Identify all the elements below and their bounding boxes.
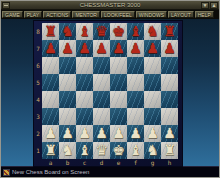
square-d7[interactable]: ♟ — [93, 40, 110, 57]
square-g5[interactable] — [144, 74, 161, 91]
menu-look-feel[interactable]: LOOK/FEEL — [101, 11, 135, 18]
square-e4[interactable] — [110, 91, 127, 108]
file-label: g — [144, 159, 161, 166]
square-b2[interactable]: ♟ — [59, 125, 76, 142]
maximize-button[interactable]: ▲ — [210, 2, 218, 9]
square-e6[interactable] — [110, 57, 127, 74]
rank-label: 6 — [34, 57, 42, 74]
square-b7[interactable]: ♟ — [59, 40, 76, 57]
piece-white-queen[interactable]: ♛ — [93, 142, 110, 159]
piece-white-pawn[interactable]: ♟ — [59, 125, 76, 142]
square-f5[interactable] — [127, 74, 144, 91]
window-title: CHESSMASTER 3000 — [80, 1, 141, 10]
square-e7[interactable]: ♟ — [110, 40, 127, 57]
square-g1[interactable]: ♞ — [144, 142, 161, 159]
title-bar: CHESSMASTER 3000 ▼ ▲ — [1, 1, 219, 10]
square-c3[interactable] — [76, 108, 93, 125]
square-a7[interactable]: ♟ — [42, 40, 59, 57]
system-menu-button[interactable] — [2, 2, 10, 9]
rank-label: 2 — [34, 125, 42, 142]
piece-white-pawn[interactable]: ♟ — [127, 125, 144, 142]
square-f2[interactable]: ♟ — [127, 125, 144, 142]
minimize-button[interactable]: ▼ — [201, 2, 209, 9]
file-label: e — [110, 159, 127, 166]
square-g2[interactable]: ♟ — [144, 125, 161, 142]
square-a4[interactable] — [42, 91, 59, 108]
rank-label: 7 — [34, 40, 42, 57]
square-a5[interactable] — [42, 74, 59, 91]
file-label: c — [76, 159, 93, 166]
file-label: a — [42, 159, 59, 166]
square-h2[interactable]: ♟ — [161, 125, 178, 142]
square-a3[interactable] — [42, 108, 59, 125]
square-e5[interactable] — [110, 74, 127, 91]
square-b3[interactable] — [59, 108, 76, 125]
piece-white-pawn[interactable]: ♟ — [42, 125, 59, 142]
piece-red-pawn[interactable]: ♟ — [76, 40, 93, 57]
piece-red-pawn[interactable]: ♟ — [93, 40, 110, 57]
piece-white-pawn[interactable]: ♟ — [161, 125, 178, 142]
square-g8[interactable]: ♞ — [144, 23, 161, 40]
rank-label: 1 — [34, 142, 42, 159]
square-d2[interactable]: ♟ — [93, 125, 110, 142]
file-label: b — [59, 159, 76, 166]
piece-red-rook[interactable]: ♜ — [161, 23, 178, 40]
piece-white-pawn[interactable]: ♟ — [93, 125, 110, 142]
piece-white-knight[interactable]: ♞ — [144, 142, 161, 159]
rank-label: 5 — [34, 74, 42, 91]
square-d4[interactable] — [93, 91, 110, 108]
piece-white-king[interactable]: ♚ — [110, 142, 127, 159]
menu-actions[interactable]: ACTIONS — [43, 11, 71, 18]
piece-red-bishop[interactable]: ♝ — [76, 23, 93, 40]
app-window: CHESSMASTER 3000 ▼ ▲ GAME PLAY ACTIONS M… — [0, 0, 220, 178]
square-b6[interactable] — [59, 57, 76, 74]
piece-red-king[interactable]: ♚ — [110, 23, 127, 40]
piece-red-pawn[interactable]: ♟ — [144, 40, 161, 57]
square-f7[interactable]: ♟ — [127, 40, 144, 57]
square-h1[interactable]: ♜ — [161, 142, 178, 159]
play-area: 8 7 6 5 4 3 2 1 ♜♞♝♛♚♝♞♜♟♟♟♟♟♟♟♟♟♟♟♟♟♟♟♟… — [1, 19, 219, 166]
square-a8[interactable]: ♜ — [42, 23, 59, 40]
piece-red-rook[interactable]: ♜ — [42, 23, 59, 40]
square-f3[interactable] — [127, 108, 144, 125]
square-b8[interactable]: ♞ — [59, 23, 76, 40]
square-h8[interactable]: ♜ — [161, 23, 178, 40]
piece-red-knight[interactable]: ♞ — [144, 23, 161, 40]
status-icon — [3, 169, 10, 176]
square-c2[interactable]: ♟ — [76, 125, 93, 142]
square-e1[interactable]: ♚ — [110, 142, 127, 159]
piece-red-pawn[interactable]: ♟ — [42, 40, 59, 57]
square-h3[interactable] — [161, 108, 178, 125]
piece-white-pawn[interactable]: ♟ — [76, 125, 93, 142]
rank-label: 8 — [34, 23, 42, 40]
rank-label: 4 — [34, 91, 42, 108]
square-d1[interactable]: ♛ — [93, 142, 110, 159]
piece-white-rook[interactable]: ♜ — [42, 142, 59, 159]
square-e2[interactable]: ♟ — [110, 125, 127, 142]
piece-red-pawn[interactable]: ♟ — [59, 40, 76, 57]
square-h4[interactable] — [161, 91, 178, 108]
piece-red-bishop[interactable]: ♝ — [127, 23, 144, 40]
square-g3[interactable] — [144, 108, 161, 125]
square-g7[interactable]: ♟ — [144, 40, 161, 57]
rank-labels: 8 7 6 5 4 3 2 1 — [34, 23, 42, 159]
menu-bar: GAME PLAY ACTIONS MENTOR LOOK/FEEL WINDO… — [1, 10, 219, 19]
piece-red-pawn[interactable]: ♟ — [110, 40, 127, 57]
square-f6[interactable] — [127, 57, 144, 74]
file-label: f — [127, 159, 144, 166]
square-h7[interactable]: ♟ — [161, 40, 178, 57]
piece-white-rook[interactable]: ♜ — [161, 142, 178, 159]
square-f8[interactable]: ♝ — [127, 23, 144, 40]
menu-mentor[interactable]: MENTOR — [72, 11, 100, 18]
file-label: d — [93, 159, 110, 166]
square-d5[interactable] — [93, 74, 110, 91]
piece-white-pawn[interactable]: ♟ — [110, 125, 127, 142]
rank-label: 3 — [34, 108, 42, 125]
chess-board: ♜♞♝♛♚♝♞♜♟♟♟♟♟♟♟♟♟♟♟♟♟♟♟♟♜♞♝♛♚♝♞♜ — [42, 23, 178, 159]
square-e8[interactable]: ♚ — [110, 23, 127, 40]
square-d6[interactable] — [93, 57, 110, 74]
menu-help[interactable]: HELP — [195, 11, 214, 18]
file-label: h — [161, 159, 178, 166]
piece-red-queen[interactable]: ♛ — [93, 23, 110, 40]
square-a6[interactable] — [42, 57, 59, 74]
menu-layout[interactable]: LAYOUT — [168, 11, 194, 18]
square-c4[interactable] — [76, 91, 93, 108]
square-a1[interactable]: ♜ — [42, 142, 59, 159]
square-g4[interactable] — [144, 91, 161, 108]
square-h5[interactable] — [161, 74, 178, 91]
piece-white-knight[interactable]: ♞ — [59, 142, 76, 159]
square-b1[interactable]: ♞ — [59, 142, 76, 159]
menu-windows[interactable]: WINDOWS — [136, 11, 167, 18]
square-e3[interactable] — [110, 108, 127, 125]
piece-red-pawn[interactable]: ♟ — [127, 40, 144, 57]
square-f4[interactable] — [127, 91, 144, 108]
menu-play[interactable]: PLAY — [24, 11, 42, 18]
menu-game[interactable]: GAME — [2, 11, 23, 18]
square-f1[interactable]: ♝ — [127, 142, 144, 159]
square-b4[interactable] — [59, 91, 76, 108]
square-a2[interactable]: ♟ — [42, 125, 59, 142]
square-d8[interactable]: ♛ — [93, 23, 110, 40]
square-d3[interactable] — [93, 108, 110, 125]
piece-red-knight[interactable]: ♞ — [59, 23, 76, 40]
square-c1[interactable]: ♝ — [76, 142, 93, 159]
status-bar: New Chess Board on Screen — [1, 166, 219, 177]
square-h6[interactable] — [161, 57, 178, 74]
piece-white-bishop[interactable]: ♝ — [127, 142, 144, 159]
file-labels: a b c d e f g h — [42, 159, 178, 166]
square-g6[interactable] — [144, 57, 161, 74]
square-c8[interactable]: ♝ — [76, 23, 93, 40]
chess-board-frame: 8 7 6 5 4 3 2 1 ♜♞♝♛♚♝♞♜♟♟♟♟♟♟♟♟♟♟♟♟♟♟♟♟… — [34, 21, 182, 166]
piece-white-pawn[interactable]: ♟ — [144, 125, 161, 142]
square-c5[interactable] — [76, 74, 93, 91]
square-c6[interactable] — [76, 57, 93, 74]
piece-white-bishop[interactable]: ♝ — [76, 142, 93, 159]
square-b5[interactable] — [59, 74, 76, 91]
square-c7[interactable]: ♟ — [76, 40, 93, 57]
status-message: New Chess Board on Screen — [12, 167, 89, 178]
piece-red-pawn[interactable]: ♟ — [161, 40, 178, 57]
